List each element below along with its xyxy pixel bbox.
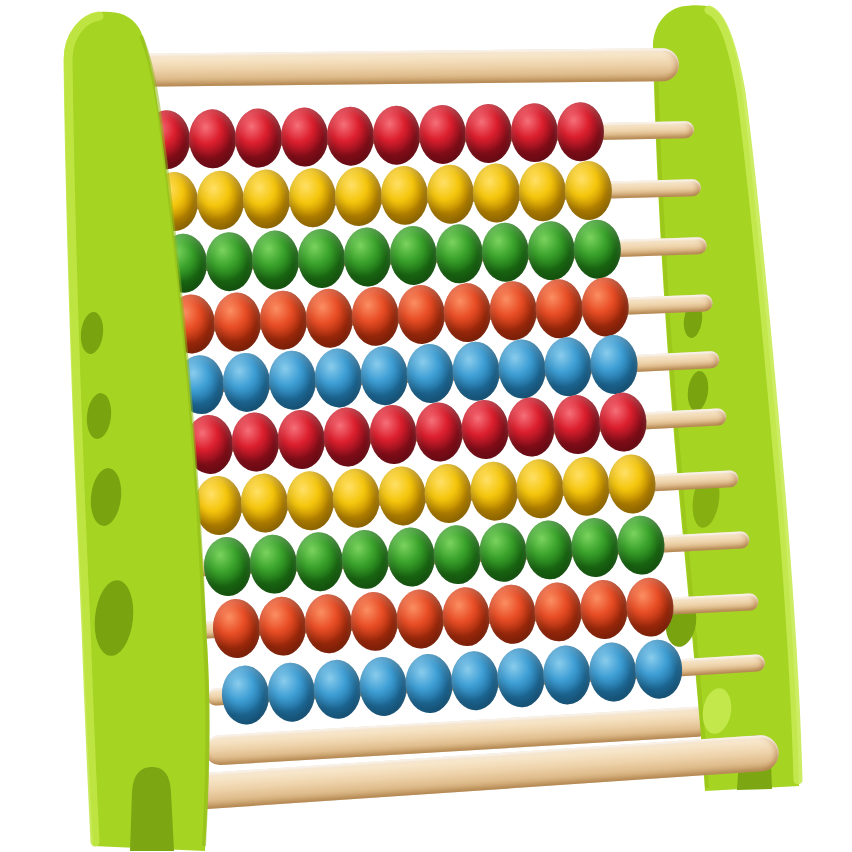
green-bead[interactable] <box>570 516 620 577</box>
green-bead[interactable] <box>343 226 392 287</box>
orange-bead[interactable] <box>487 583 537 644</box>
red-bead[interactable] <box>552 393 602 454</box>
yellow-bead[interactable] <box>561 455 611 516</box>
blue-bead[interactable] <box>221 351 271 412</box>
green-bead[interactable] <box>481 222 530 283</box>
orange-bead[interactable] <box>395 588 445 649</box>
green-bead[interactable] <box>616 514 666 575</box>
blue-bead[interactable] <box>543 336 593 397</box>
blue-bead[interactable] <box>450 649 501 711</box>
blue-bead[interactable] <box>220 664 271 726</box>
red-bead[interactable] <box>280 107 328 167</box>
blue-bead[interactable] <box>313 347 363 408</box>
blue-bead[interactable] <box>587 641 638 703</box>
green-bead[interactable] <box>202 535 252 596</box>
orange-bead[interactable] <box>351 285 400 346</box>
green-bead[interactable] <box>340 528 390 589</box>
orange-bead[interactable] <box>580 276 629 337</box>
yellow-bead[interactable] <box>150 171 199 231</box>
red-bead[interactable] <box>372 105 420 165</box>
yellow-bead[interactable] <box>239 472 289 533</box>
green-bead[interactable] <box>386 526 436 587</box>
green-bead[interactable] <box>294 531 344 592</box>
bottom-front-rail <box>161 734 780 812</box>
orange-bead[interactable] <box>579 578 629 639</box>
red-bead[interactable] <box>556 101 604 161</box>
blue-bead[interactable] <box>497 338 547 399</box>
blue-bead[interactable] <box>312 658 363 720</box>
yellow-bead[interactable] <box>288 167 337 227</box>
red-bead[interactable] <box>326 106 374 166</box>
red-bead[interactable] <box>322 406 372 467</box>
yellow-bead[interactable] <box>426 164 475 224</box>
green-bead[interactable] <box>432 523 482 584</box>
orange-bead[interactable] <box>397 284 446 345</box>
yellow-bead[interactable] <box>331 467 381 528</box>
blue-bead[interactable] <box>589 333 639 394</box>
blue-bead[interactable] <box>633 638 684 700</box>
orange-bead[interactable] <box>625 576 675 637</box>
yellow-bead[interactable] <box>380 165 429 225</box>
abacus-toy <box>0 0 852 852</box>
rod-and-bead-layer <box>0 0 852 852</box>
blue-bead[interactable] <box>359 345 409 406</box>
green-bead[interactable] <box>435 223 484 284</box>
green-bead[interactable] <box>478 521 528 582</box>
yellow-bead[interactable] <box>423 462 473 523</box>
red-bead[interactable] <box>598 391 648 452</box>
orange-bead[interactable] <box>489 280 538 341</box>
yellow-bead[interactable] <box>472 162 521 222</box>
orange-bead[interactable] <box>259 289 308 350</box>
orange-bead[interactable] <box>441 585 491 646</box>
blue-bead[interactable] <box>404 652 455 714</box>
orange-bead[interactable] <box>443 282 492 343</box>
orange-bead[interactable] <box>305 287 354 348</box>
yellow-bead[interactable] <box>564 160 613 220</box>
orange-bead[interactable] <box>303 593 353 654</box>
red-bead[interactable] <box>230 411 280 472</box>
blue-bead[interactable] <box>405 342 455 403</box>
red-bead[interactable] <box>184 413 234 474</box>
red-bead[interactable] <box>510 102 558 162</box>
green-bead[interactable] <box>389 225 438 286</box>
green-bead[interactable] <box>248 533 298 594</box>
orange-bead[interactable] <box>534 278 583 339</box>
yellow-bead[interactable] <box>469 460 519 521</box>
yellow-bead[interactable] <box>518 161 567 221</box>
blue-bead[interactable] <box>358 655 409 717</box>
orange-bead[interactable] <box>167 293 216 354</box>
red-bead[interactable] <box>276 408 326 469</box>
green-bead[interactable] <box>251 229 300 290</box>
green-bead[interactable] <box>205 231 254 292</box>
red-bead[interactable] <box>234 108 282 168</box>
orange-bead[interactable] <box>213 291 262 352</box>
red-bead[interactable] <box>418 104 466 164</box>
orange-bead[interactable] <box>211 597 261 658</box>
red-bead[interactable] <box>142 109 190 169</box>
yellow-bead[interactable] <box>196 170 245 230</box>
yellow-bead[interactable] <box>285 470 335 531</box>
yellow-bead[interactable] <box>193 474 243 535</box>
yellow-bead[interactable] <box>377 465 427 526</box>
yellow-bead[interactable] <box>515 458 565 519</box>
red-bead[interactable] <box>460 398 510 459</box>
orange-bead[interactable] <box>533 581 583 642</box>
yellow-bead[interactable] <box>242 168 291 228</box>
red-bead[interactable] <box>188 108 236 168</box>
blue-bead[interactable] <box>496 646 547 708</box>
orange-bead[interactable] <box>349 590 399 651</box>
green-bead[interactable] <box>297 228 346 289</box>
yellow-bead[interactable] <box>607 453 657 514</box>
top-rail <box>120 48 679 87</box>
red-bead[interactable] <box>368 403 418 464</box>
blue-bead[interactable] <box>267 349 317 410</box>
green-bead[interactable] <box>527 220 576 281</box>
red-bead[interactable] <box>414 401 464 462</box>
green-bead[interactable] <box>159 232 208 293</box>
yellow-bead[interactable] <box>334 166 383 226</box>
orange-bead[interactable] <box>257 595 307 656</box>
red-bead[interactable] <box>506 396 556 457</box>
green-bead[interactable] <box>524 519 574 580</box>
blue-bead[interactable] <box>541 644 592 706</box>
bead-row-1-red <box>127 101 603 170</box>
red-bead[interactable] <box>464 103 512 163</box>
green-bead[interactable] <box>573 218 622 279</box>
blue-bead[interactable] <box>266 661 317 723</box>
blue-bead[interactable] <box>451 340 501 401</box>
blue-bead[interactable] <box>176 354 226 415</box>
